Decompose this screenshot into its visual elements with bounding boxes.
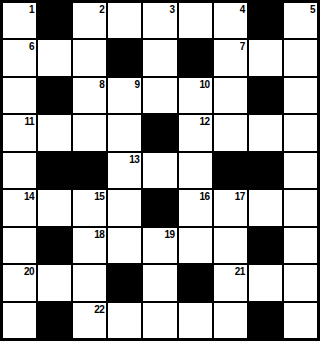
white-cell-r5c4[interactable]: 13 (108, 153, 141, 188)
white-cell-r9c7[interactable] (214, 303, 247, 338)
clue-number-13: 13 (129, 154, 139, 165)
white-cell-r8c7[interactable]: 21 (214, 265, 247, 300)
white-cell-r1c9[interactable]: 5 (284, 3, 317, 38)
black-cell-r1c8 (249, 3, 282, 38)
black-cell-r8c6 (179, 265, 212, 300)
white-cell-r1c4[interactable] (108, 3, 141, 38)
clue-number-11: 11 (25, 116, 35, 127)
white-cell-r5c1[interactable] (3, 153, 36, 188)
black-cell-r4c5 (143, 115, 176, 150)
clue-number-21: 21 (235, 266, 245, 277)
white-cell-r8c3[interactable] (73, 265, 106, 300)
clue-number-10: 10 (200, 79, 210, 90)
white-cell-r3c4[interactable]: 9 (108, 78, 141, 113)
black-cell-r2c4 (108, 40, 141, 75)
white-cell-r4c3[interactable] (73, 115, 106, 150)
white-cell-r6c9[interactable] (284, 190, 317, 225)
white-cell-r4c8[interactable] (249, 115, 282, 150)
white-cell-r8c8[interactable] (249, 265, 282, 300)
black-cell-r6c5 (143, 190, 176, 225)
clue-number-22: 22 (94, 304, 104, 315)
white-cell-r6c6[interactable]: 16 (179, 190, 212, 225)
clue-number-18: 18 (94, 229, 104, 240)
white-cell-r1c1[interactable]: 1 (3, 3, 36, 38)
white-cell-r5c6[interactable] (179, 153, 212, 188)
white-cell-r5c5[interactable] (143, 153, 176, 188)
black-cell-r5c2 (38, 153, 71, 188)
white-cell-r2c1[interactable]: 6 (3, 40, 36, 75)
white-cell-r7c9[interactable] (284, 228, 317, 263)
black-cell-r7c8 (249, 228, 282, 263)
white-cell-r1c7[interactable]: 4 (214, 3, 247, 38)
white-cell-r7c6[interactable] (179, 228, 212, 263)
clue-number-4: 4 (240, 4, 245, 15)
white-cell-r6c7[interactable]: 17 (214, 190, 247, 225)
black-cell-r5c8 (249, 153, 282, 188)
black-cell-r8c4 (108, 265, 141, 300)
white-cell-r4c4[interactable] (108, 115, 141, 150)
black-cell-r3c8 (249, 78, 282, 113)
white-cell-r8c1[interactable]: 20 (3, 265, 36, 300)
white-cell-r8c5[interactable] (143, 265, 176, 300)
black-cell-r3c2 (38, 78, 71, 113)
white-cell-r2c5[interactable] (143, 40, 176, 75)
white-cell-r6c8[interactable] (249, 190, 282, 225)
clue-number-5: 5 (310, 4, 315, 15)
clue-number-16: 16 (200, 191, 210, 202)
white-cell-r1c5[interactable]: 3 (143, 3, 176, 38)
white-cell-r4c7[interactable] (214, 115, 247, 150)
clue-number-1: 1 (29, 4, 34, 15)
black-cell-r5c7 (214, 153, 247, 188)
white-cell-r3c3[interactable]: 8 (73, 78, 106, 113)
black-cell-r2c6 (179, 40, 212, 75)
white-cell-r3c7[interactable] (214, 78, 247, 113)
clue-number-2: 2 (99, 4, 104, 15)
white-cell-r9c5[interactable] (143, 303, 176, 338)
clue-number-6: 6 (29, 41, 34, 52)
black-cell-r1c2 (38, 3, 71, 38)
clue-number-7: 7 (240, 41, 245, 52)
clue-number-17: 17 (235, 191, 245, 202)
white-cell-r4c9[interactable] (284, 115, 317, 150)
white-cell-r8c9[interactable] (284, 265, 317, 300)
white-cell-r7c1[interactable] (3, 228, 36, 263)
white-cell-r4c1[interactable]: 11 (3, 115, 36, 150)
white-cell-r2c7[interactable]: 7 (214, 40, 247, 75)
white-cell-r5c9[interactable] (284, 153, 317, 188)
white-cell-r3c5[interactable] (143, 78, 176, 113)
white-cell-r9c4[interactable] (108, 303, 141, 338)
white-cell-r6c4[interactable] (108, 190, 141, 225)
black-cell-r7c2 (38, 228, 71, 263)
white-cell-r2c2[interactable] (38, 40, 71, 75)
white-cell-r3c9[interactable] (284, 78, 317, 113)
clue-number-8: 8 (99, 79, 104, 90)
clue-number-14: 14 (24, 191, 34, 202)
white-cell-r4c2[interactable] (38, 115, 71, 150)
clue-number-15: 15 (94, 191, 104, 202)
white-cell-r7c5[interactable]: 19 (143, 228, 176, 263)
white-cell-r7c7[interactable] (214, 228, 247, 263)
white-cell-r7c4[interactable] (108, 228, 141, 263)
white-cell-r3c1[interactable] (3, 78, 36, 113)
crossword-grid: 12345678910111213141516171819202122 (0, 0, 320, 341)
clue-number-3: 3 (169, 4, 174, 15)
black-cell-r9c8 (249, 303, 282, 338)
white-cell-r9c3[interactable]: 22 (73, 303, 106, 338)
white-cell-r4c6[interactable]: 12 (179, 115, 212, 150)
white-cell-r6c1[interactable]: 14 (3, 190, 36, 225)
white-cell-r2c8[interactable] (249, 40, 282, 75)
white-cell-r7c3[interactable]: 18 (73, 228, 106, 263)
white-cell-r6c3[interactable]: 15 (73, 190, 106, 225)
white-cell-r9c6[interactable] (179, 303, 212, 338)
clue-number-20: 20 (24, 266, 34, 277)
white-cell-r3c6[interactable]: 10 (179, 78, 212, 113)
clue-number-12: 12 (200, 116, 210, 127)
white-cell-r6c2[interactable] (38, 190, 71, 225)
white-cell-r2c9[interactable] (284, 40, 317, 75)
clue-number-19: 19 (164, 229, 174, 240)
white-cell-r8c2[interactable] (38, 265, 71, 300)
clue-number-9: 9 (134, 79, 139, 90)
white-cell-r1c6[interactable] (179, 3, 212, 38)
white-cell-r9c9[interactable] (284, 303, 317, 338)
white-cell-r1c3[interactable]: 2 (73, 3, 106, 38)
black-cell-r9c2 (38, 303, 71, 338)
black-cell-r5c3 (73, 153, 106, 188)
white-cell-r9c1[interactable] (3, 303, 36, 338)
white-cell-r2c3[interactable] (73, 40, 106, 75)
